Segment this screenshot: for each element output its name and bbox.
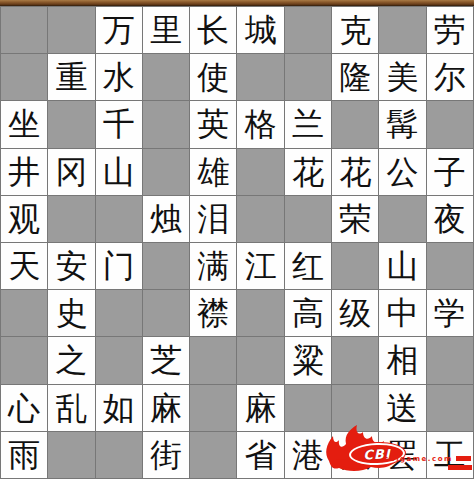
cell-r0c5[interactable]: 城 [237,7,283,53]
cell-r5c3 [143,243,189,289]
cell-r3c4[interactable]: 雄 [190,149,236,195]
cell-r2c7 [332,101,378,147]
cell-r6c4[interactable]: 襟 [190,290,236,336]
cell-char: 心 [8,392,40,424]
cell-r8c0[interactable]: 心 [1,385,47,431]
cell-r0c1 [48,7,94,53]
cell-r3c7[interactable]: 花 [332,149,378,195]
cell-r5c2[interactable]: 门 [96,243,142,289]
cell-char: 大 [339,439,371,471]
cell-r9c3[interactable]: 街 [143,432,189,478]
cell-r7c0 [1,337,47,383]
cell-r6c5 [237,290,283,336]
cell-r2c5[interactable]: 格 [237,101,283,147]
cell-char: 隆 [339,61,371,93]
cell-r3c6[interactable]: 花 [285,149,331,195]
cell-r3c2[interactable]: 山 [96,149,142,195]
cell-char: 英 [197,108,229,140]
cell-char: 尔 [434,61,466,93]
cell-char: 襟 [197,297,229,329]
cell-char: 烛 [150,203,182,235]
cell-r8c5[interactable]: 麻 [237,385,283,431]
cell-char: 如 [103,392,135,424]
cell-r1c9[interactable]: 尔 [427,54,473,100]
cell-char: 芝 [150,344,182,376]
cell-r7c8[interactable]: 相 [379,337,425,383]
cell-char: 观 [8,203,40,235]
cell-char: 工 [434,439,466,471]
cell-char: 花 [339,156,371,188]
cell-r9c1 [48,432,94,478]
cell-r6c0 [1,290,47,336]
cell-r8c2[interactable]: 如 [96,385,142,431]
cell-r9c7[interactable]: 大 [332,432,378,478]
cell-r2c0[interactable]: 坐 [1,101,47,147]
cell-char: 冈 [55,156,87,188]
cell-r2c6[interactable]: 兰 [285,101,331,147]
cell-r8c1[interactable]: 乱 [48,385,94,431]
cell-r8c8[interactable]: 送 [379,385,425,431]
cell-r4c9[interactable]: 夜 [427,196,473,242]
cell-char: 荣 [339,203,371,235]
cell-char: 城 [245,14,277,46]
cell-char: 劳 [434,14,466,46]
cell-char: 高 [292,297,324,329]
cell-char: 山 [103,156,135,188]
cell-r0c7[interactable]: 克 [332,7,378,53]
cell-char: 门 [103,250,135,282]
cell-r7c5 [237,337,283,383]
puzzle-grid: 万里长城克劳重水使隆美尔坐千英格兰髯井冈山雄花花公子观烛泪荣夜天安门满江红山史襟… [0,6,474,479]
cell-r1c1[interactable]: 重 [48,54,94,100]
cell-r0c0 [1,7,47,53]
cell-r1c2[interactable]: 水 [96,54,142,100]
cell-r5c8[interactable]: 山 [379,243,425,289]
cell-r4c7[interactable]: 荣 [332,196,378,242]
cell-r9c5[interactable]: 省 [237,432,283,478]
cell-char: 泪 [197,203,229,235]
cell-char: 红 [292,250,324,282]
cell-char: 水 [103,61,135,93]
cell-r2c1 [48,101,94,147]
cell-char: 送 [387,392,419,424]
cell-char: 万 [103,14,135,46]
cell-char: 江 [245,250,277,282]
cell-r0c4[interactable]: 长 [190,7,236,53]
cell-char: 粱 [292,344,324,376]
cell-char: 天 [8,250,40,282]
cell-r2c9 [427,101,473,147]
cell-r6c7[interactable]: 级 [332,290,378,336]
cell-r9c2 [96,432,142,478]
cell-char: 长 [197,14,229,46]
cell-r8c6 [285,385,331,431]
cell-r2c8[interactable]: 髯 [379,101,425,147]
cell-char: 山 [387,250,419,282]
cell-char: 罢 [387,439,419,471]
cell-char: 港 [292,439,324,471]
cell-char: 雄 [197,156,229,188]
cell-char: 史 [55,297,87,329]
cell-r9c9[interactable]: 工 [427,432,473,478]
cell-char: 街 [150,439,182,471]
cell-char: 雨 [8,439,40,471]
cell-r8c3[interactable]: 麻 [143,385,189,431]
cell-r2c3 [143,101,189,147]
cell-char: 安 [55,250,87,282]
cell-char: 省 [245,439,277,471]
cell-r1c0 [1,54,47,100]
cell-r4c3[interactable]: 烛 [143,196,189,242]
cell-char: 井 [8,156,40,188]
cell-char: 夜 [434,203,466,235]
cell-r1c4[interactable]: 使 [190,54,236,100]
cell-r1c8[interactable]: 美 [379,54,425,100]
cell-char: 兰 [292,108,324,140]
cell-r1c7[interactable]: 隆 [332,54,378,100]
cell-char: 麻 [150,392,182,424]
cell-char: 使 [197,61,229,93]
cell-char: 公 [387,156,419,188]
cell-r7c7 [332,337,378,383]
cell-char: 麻 [245,392,277,424]
cell-r7c3[interactable]: 芝 [143,337,189,383]
cell-r1c3 [143,54,189,100]
cell-r3c0[interactable]: 井 [1,149,47,195]
cell-r1c6 [285,54,331,100]
cell-char: 里 [150,14,182,46]
cell-char: 坐 [8,108,40,140]
cell-r8c4 [190,385,236,431]
cell-r4c5 [237,196,283,242]
cell-char: 花 [292,156,324,188]
cell-r4c0[interactable]: 观 [1,196,47,242]
cell-r3c1[interactable]: 冈 [48,149,94,195]
cell-r4c1 [48,196,94,242]
cell-r9c6[interactable]: 港 [285,432,331,478]
cell-r4c4[interactable]: 泪 [190,196,236,242]
cell-r5c1[interactable]: 安 [48,243,94,289]
cell-r7c2 [96,337,142,383]
cell-r5c9 [427,243,473,289]
cell-char: 中 [387,297,419,329]
cell-char: 子 [434,156,466,188]
cell-r3c9[interactable]: 子 [427,149,473,195]
cell-r9c4 [190,432,236,478]
cell-char: 髯 [387,108,419,140]
cell-char: 格 [245,108,277,140]
cell-r3c8[interactable]: 公 [379,149,425,195]
cell-r4c2 [96,196,142,242]
cell-r4c8 [379,196,425,242]
cell-r7c9 [427,337,473,383]
cell-r3c5 [237,149,283,195]
cell-r9c0[interactable]: 雨 [1,432,47,478]
cell-r4c6 [285,196,331,242]
cell-char: 相 [387,344,419,376]
cell-r0c3[interactable]: 里 [143,7,189,53]
cell-char: 克 [339,14,371,46]
cell-r5c7 [332,243,378,289]
cell-r0c9[interactable]: 劳 [427,7,473,53]
cell-r5c4[interactable]: 满 [190,243,236,289]
cell-r6c3 [143,290,189,336]
cell-r6c1[interactable]: 史 [48,290,94,336]
cell-char: 之 [55,344,87,376]
cell-r6c8[interactable]: 中 [379,290,425,336]
cell-r7c6[interactable]: 粱 [285,337,331,383]
cell-r1c5 [237,54,283,100]
cell-char: 美 [387,61,419,93]
cell-r0c6 [285,7,331,53]
cell-r2c2[interactable]: 千 [96,101,142,147]
cell-r6c2 [96,290,142,336]
cell-char: 重 [55,61,87,93]
cell-r3c3 [143,149,189,195]
cell-char: 千 [103,108,135,140]
cell-r5c6[interactable]: 红 [285,243,331,289]
crossword-board: 万里长城克劳重水使隆美尔坐千英格兰髯井冈山雄花花公子观烛泪荣夜天安门满江红山史襟… [0,0,474,479]
cell-char: 乱 [55,392,87,424]
cell-r2c4[interactable]: 英 [190,101,236,147]
cell-char: 学 [434,297,466,329]
cell-r7c4 [190,337,236,383]
cell-r0c8 [379,7,425,53]
cell-r5c0[interactable]: 天 [1,243,47,289]
cell-r8c9 [427,385,473,431]
cell-r8c7 [332,385,378,431]
cell-r6c9[interactable]: 学 [427,290,473,336]
cell-char: 级 [339,297,371,329]
cell-r6c6[interactable]: 高 [285,290,331,336]
cell-r5c5[interactable]: 江 [237,243,283,289]
cell-r0c2[interactable]: 万 [96,7,142,53]
cell-char: 满 [197,250,229,282]
cell-r9c8[interactable]: 罢 [379,432,425,478]
cell-r7c1[interactable]: 之 [48,337,94,383]
